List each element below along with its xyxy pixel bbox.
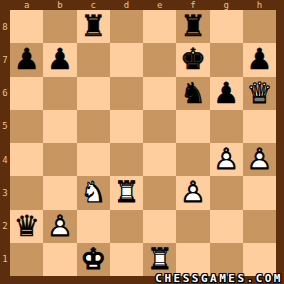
square-f4[interactable] (176, 143, 209, 176)
square-b7[interactable]: ♟ (43, 43, 76, 76)
file-label-a: a (10, 0, 43, 10)
piece-black-queen-a2: ♛ (10, 210, 43, 243)
square-d3[interactable]: ♜♖ (110, 176, 143, 209)
square-g5[interactable] (210, 110, 243, 143)
square-a7[interactable]: ♟ (10, 43, 43, 76)
black-knight-icon: ♞ (176, 77, 209, 110)
piece-black-rook-f8: ♜ (176, 10, 209, 43)
white-pawn-outline-icon: ♙ (210, 143, 243, 176)
rank-label-8: 8 (0, 10, 10, 43)
rank-label-4: 4 (0, 143, 10, 176)
rank-label-2: 2 (0, 210, 10, 243)
white-pawn-icon: ♟ (176, 176, 209, 209)
black-pawn-icon: ♟ (43, 43, 76, 76)
rank-label-6: 6 (0, 77, 10, 110)
rank-label-5: 5 (0, 110, 10, 143)
square-a8[interactable] (10, 10, 43, 43)
square-f1[interactable] (176, 243, 209, 276)
piece-black-knight-f6: ♞ (176, 77, 209, 110)
piece-black-pawn-h7: ♟ (243, 43, 276, 76)
square-e3[interactable] (143, 176, 176, 209)
square-a3[interactable] (10, 176, 43, 209)
square-b3[interactable] (43, 176, 76, 209)
square-f7[interactable]: ♚ (176, 43, 209, 76)
black-pawn-icon: ♟ (243, 43, 276, 76)
square-g8[interactable] (210, 10, 243, 43)
white-pawn-icon: ♟ (43, 210, 76, 243)
square-a4[interactable] (10, 143, 43, 176)
piece-black-pawn-a7: ♟ (10, 43, 43, 76)
black-rook-icon: ♜ (77, 10, 110, 43)
white-king-icon: ♚ (77, 243, 110, 276)
black-king-icon: ♚ (176, 43, 209, 76)
square-g2[interactable] (210, 210, 243, 243)
rank-label-1: 1 (0, 243, 10, 276)
black-rook-icon: ♜ (176, 10, 209, 43)
file-label-g: g (210, 0, 243, 10)
square-d4[interactable] (110, 143, 143, 176)
square-g4[interactable]: ♟♙ (210, 143, 243, 176)
square-g7[interactable] (210, 43, 243, 76)
white-rook-icon: ♜ (143, 243, 176, 276)
white-king-outline-icon: ♔ (77, 243, 110, 276)
square-b4[interactable] (43, 143, 76, 176)
square-d2[interactable] (110, 210, 143, 243)
square-f2[interactable] (176, 210, 209, 243)
square-c3[interactable]: ♞♘ (77, 176, 110, 209)
square-e7[interactable] (143, 43, 176, 76)
square-e2[interactable] (143, 210, 176, 243)
square-e1[interactable]: ♜♖ (143, 243, 176, 276)
square-f3[interactable]: ♟♙ (176, 176, 209, 209)
white-rook-outline-icon: ♖ (143, 243, 176, 276)
white-pawn-outline-icon: ♙ (43, 210, 76, 243)
square-c4[interactable] (77, 143, 110, 176)
piece-black-pawn-b7: ♟ (43, 43, 76, 76)
white-pawn-icon: ♟ (210, 143, 243, 176)
square-c2[interactable] (77, 210, 110, 243)
square-e8[interactable] (143, 10, 176, 43)
square-a2[interactable]: ♛ (10, 210, 43, 243)
piece-white-rook-e1: ♜♖ (143, 243, 176, 276)
board: ♜♜♟♟♚♟♞♟♛♕♟♙♟♙♞♘♜♖♟♙♛♟♙♚♔♜♖ (10, 10, 276, 276)
square-c7[interactable] (77, 43, 110, 76)
square-c1[interactable]: ♚♔ (77, 243, 110, 276)
square-h5[interactable] (243, 110, 276, 143)
piece-white-queen-h6: ♛♕ (243, 77, 276, 110)
white-queen-icon: ♛ (243, 77, 276, 110)
square-b8[interactable] (43, 10, 76, 43)
square-d6[interactable] (110, 77, 143, 110)
piece-white-rook-d3: ♜♖ (110, 176, 143, 209)
square-a1[interactable] (10, 243, 43, 276)
square-g1[interactable] (210, 243, 243, 276)
file-label-d: d (110, 0, 143, 10)
piece-white-knight-c3: ♞♘ (77, 176, 110, 209)
square-b6[interactable] (43, 77, 76, 110)
black-pawn-icon: ♟ (10, 43, 43, 76)
white-rook-icon: ♜ (110, 176, 143, 209)
square-h7[interactable]: ♟ (243, 43, 276, 76)
piece-white-pawn-g4: ♟♙ (210, 143, 243, 176)
square-c8[interactable]: ♜ (77, 10, 110, 43)
square-d5[interactable] (110, 110, 143, 143)
square-b2[interactable]: ♟♙ (43, 210, 76, 243)
square-g3[interactable] (210, 176, 243, 209)
file-label-h: h (243, 0, 276, 10)
square-b5[interactable] (43, 110, 76, 143)
white-queen-outline-icon: ♕ (243, 77, 276, 110)
piece-black-pawn-g6: ♟ (210, 77, 243, 110)
square-h4[interactable]: ♟♙ (243, 143, 276, 176)
square-e6[interactable] (143, 77, 176, 110)
piece-black-rook-c8: ♜ (77, 10, 110, 43)
white-knight-icon: ♞ (77, 176, 110, 209)
white-pawn-icon: ♟ (243, 143, 276, 176)
file-label-c: c (77, 0, 110, 10)
white-rook-outline-icon: ♖ (110, 176, 143, 209)
piece-white-pawn-b2: ♟♙ (43, 210, 76, 243)
square-h3[interactable] (243, 176, 276, 209)
square-h6[interactable]: ♛♕ (243, 77, 276, 110)
square-f8[interactable]: ♜ (176, 10, 209, 43)
rank-labels: 87654321 (0, 10, 10, 276)
square-c6[interactable] (77, 77, 110, 110)
square-c5[interactable] (77, 110, 110, 143)
square-f6[interactable]: ♞ (176, 77, 209, 110)
piece-white-pawn-h4: ♟♙ (243, 143, 276, 176)
chessgames-site-link[interactable]: CHESSGAMES.COM (155, 274, 283, 284)
square-d8[interactable] (110, 10, 143, 43)
square-f5[interactable] (176, 110, 209, 143)
file-labels: abcdefgh (10, 0, 276, 10)
square-g6[interactable]: ♟ (210, 77, 243, 110)
square-h1[interactable] (243, 243, 276, 276)
black-pawn-icon: ♟ (210, 77, 243, 110)
square-e4[interactable] (143, 143, 176, 176)
square-e5[interactable] (143, 110, 176, 143)
file-label-e: e (143, 0, 176, 10)
square-a5[interactable] (10, 110, 43, 143)
rank-label-3: 3 (0, 176, 10, 209)
white-pawn-outline-icon: ♙ (243, 143, 276, 176)
square-h8[interactable] (243, 10, 276, 43)
piece-white-pawn-f3: ♟♙ (176, 176, 209, 209)
square-h2[interactable] (243, 210, 276, 243)
chess-board-frame: abcdefgh 87654321 ♜♜♟♟♚♟♞♟♛♕♟♙♟♙♞♘♜♖♟♙♛♟… (0, 0, 284, 284)
rank-label-7: 7 (0, 43, 10, 76)
square-d1[interactable] (110, 243, 143, 276)
square-a6[interactable] (10, 77, 43, 110)
file-label-f: f (176, 0, 209, 10)
piece-black-king-f7: ♚ (176, 43, 209, 76)
file-label-b: b (43, 0, 76, 10)
square-b1[interactable] (43, 243, 76, 276)
piece-white-king-c1: ♚♔ (77, 243, 110, 276)
white-knight-outline-icon: ♘ (77, 176, 110, 209)
square-d7[interactable] (110, 43, 143, 76)
white-pawn-outline-icon: ♙ (176, 176, 209, 209)
black-queen-icon: ♛ (10, 210, 43, 243)
